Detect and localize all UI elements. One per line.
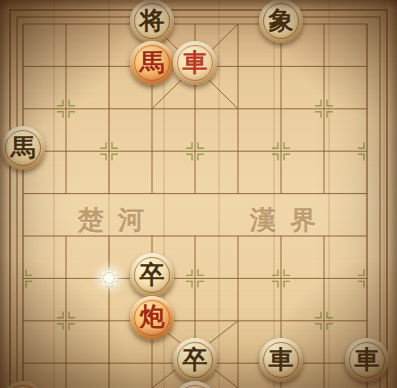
river-label-left: 楚河	[78, 203, 158, 238]
piece-character: 卒	[140, 262, 165, 287]
piece-black-horse[interactable]: 馬	[1, 126, 45, 170]
piece-character: 馬	[11, 135, 36, 160]
piece-ring	[5, 385, 41, 388]
piece-character: 将	[140, 8, 165, 33]
piece-character: 炮	[140, 304, 165, 329]
piece-black-chariot[interactable]: 車	[259, 338, 303, 382]
piece-character: 車	[355, 347, 380, 372]
piece-character: 馬	[140, 50, 165, 75]
piece-black-general[interactable]: 将	[130, 0, 174, 43]
piece-character: 象	[269, 8, 294, 33]
xiangqi-board[interactable]: 楚河 漢界 将象馬車馬卒炮卒車車帥	[0, 0, 397, 388]
piece-black-elephant[interactable]: 象	[259, 0, 303, 43]
river-label-right: 漢界	[250, 203, 330, 238]
piece-character: 車	[269, 347, 294, 372]
piece-character: 車	[183, 50, 208, 75]
piece-red-cannon[interactable]: 炮	[130, 296, 174, 340]
piece-black-chariot[interactable]: 車	[345, 338, 389, 382]
piece-black-pawn[interactable]: 卒	[173, 338, 217, 382]
piece-character: 卒	[183, 347, 208, 372]
